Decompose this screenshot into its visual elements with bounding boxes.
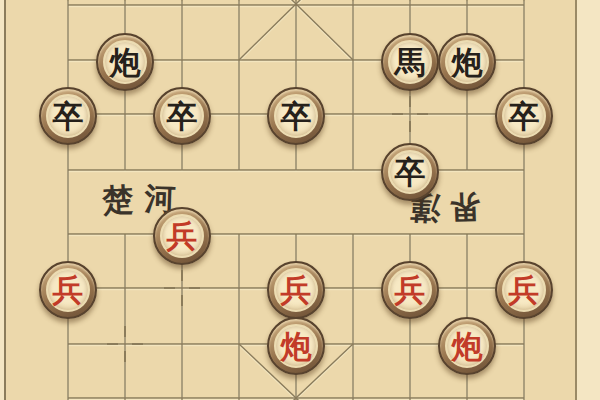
- piece-face: 卒: [502, 94, 546, 138]
- piece-face: 炮: [445, 324, 489, 368]
- point-marker: [107, 326, 143, 362]
- piece-glyph: 卒: [509, 101, 540, 132]
- piece-glyph: 炮: [281, 331, 312, 362]
- piece-face: 馬: [388, 40, 432, 84]
- piece-face: 卒: [46, 94, 90, 138]
- piece-black-soldier[interactable]: 卒: [153, 87, 211, 145]
- piece-glyph: 兵: [53, 275, 84, 306]
- piece-red-soldier[interactable]: 兵: [39, 261, 97, 319]
- piece-face: 兵: [46, 268, 90, 312]
- piece-face: 兵: [388, 268, 432, 312]
- piece-red-soldier[interactable]: 兵: [495, 261, 553, 319]
- piece-face: 炮: [274, 324, 318, 368]
- piece-red-soldier[interactable]: 兵: [153, 207, 211, 265]
- piece-glyph: 卒: [53, 101, 84, 132]
- piece-face: 兵: [274, 268, 318, 312]
- piece-black-soldier[interactable]: 卒: [381, 143, 439, 201]
- piece-black-horse[interactable]: 馬: [381, 33, 439, 91]
- piece-face: 卒: [388, 150, 432, 194]
- piece-glyph: 卒: [281, 101, 312, 132]
- piece-glyph: 炮: [452, 331, 483, 362]
- river-label-jie: 界: [449, 191, 481, 223]
- point-marker: [392, 96, 428, 132]
- piece-red-soldier[interactable]: 兵: [267, 261, 325, 319]
- piece-face: 炮: [103, 40, 147, 84]
- piece-glyph: 炮: [452, 47, 483, 78]
- piece-glyph: 炮: [110, 47, 141, 78]
- point-marker: [164, 270, 200, 306]
- piece-black-cannon[interactable]: 炮: [438, 33, 496, 91]
- piece-glyph: 兵: [167, 221, 198, 252]
- piece-face: 兵: [160, 214, 204, 258]
- piece-face: 兵: [502, 268, 546, 312]
- piece-black-soldier[interactable]: 卒: [267, 87, 325, 145]
- river-label-chu: 楚: [102, 184, 135, 217]
- piece-black-soldier[interactable]: 卒: [39, 87, 97, 145]
- piece-red-cannon[interactable]: 炮: [267, 317, 325, 375]
- piece-glyph: 兵: [281, 275, 312, 306]
- piece-face: 卒: [160, 94, 204, 138]
- piece-glyph: 馬: [395, 47, 426, 78]
- piece-black-cannon[interactable]: 炮: [96, 33, 154, 91]
- piece-black-soldier[interactable]: 卒: [495, 87, 553, 145]
- piece-face: 卒: [274, 94, 318, 138]
- piece-glyph: 卒: [395, 157, 426, 188]
- piece-glyph: 兵: [509, 275, 540, 306]
- piece-glyph: 兵: [395, 275, 426, 306]
- piece-red-cannon[interactable]: 炮: [438, 317, 496, 375]
- piece-red-soldier[interactable]: 兵: [381, 261, 439, 319]
- piece-face: 炮: [445, 40, 489, 84]
- xiangqi-board: 楚 河 漢 界 炮馬炮卒卒卒卒卒兵兵兵兵兵炮炮: [0, 0, 600, 400]
- piece-glyph: 卒: [167, 101, 198, 132]
